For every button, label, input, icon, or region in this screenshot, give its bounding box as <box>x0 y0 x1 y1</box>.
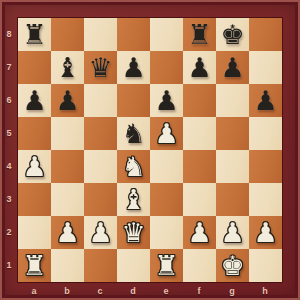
chess-board[interactable]: ♜♜♚♝♛♟♟♟♟♟♟♟♞♟♟♞♝♟♟♛♟♟♟♜♜♚ <box>17 17 283 283</box>
file-label-b: b <box>60 286 74 297</box>
square-b4[interactable] <box>51 150 84 183</box>
square-d4[interactable]: ♞ <box>117 150 150 183</box>
square-h8[interactable] <box>249 18 282 51</box>
piece-white-pawn[interactable]: ♟ <box>22 153 46 180</box>
square-c2[interactable]: ♟ <box>84 216 117 249</box>
square-f8[interactable]: ♜ <box>183 18 216 51</box>
square-d5[interactable]: ♞ <box>117 117 150 150</box>
square-g6[interactable] <box>216 84 249 117</box>
square-h3[interactable] <box>249 183 282 216</box>
square-b1[interactable] <box>51 249 84 282</box>
square-d1[interactable] <box>117 249 150 282</box>
piece-white-pawn[interactable]: ♟ <box>88 219 112 246</box>
square-h4[interactable] <box>249 150 282 183</box>
square-c4[interactable] <box>84 150 117 183</box>
square-a2[interactable] <box>18 216 51 249</box>
piece-black-pawn[interactable]: ♟ <box>187 54 211 81</box>
square-g1[interactable]: ♚ <box>216 249 249 282</box>
piece-white-pawn[interactable]: ♟ <box>253 219 277 246</box>
square-c6[interactable] <box>84 84 117 117</box>
piece-black-rook[interactable]: ♜ <box>22 21 46 48</box>
square-f6[interactable] <box>183 84 216 117</box>
square-b8[interactable] <box>51 18 84 51</box>
piece-white-pawn[interactable]: ♟ <box>187 219 211 246</box>
square-f4[interactable] <box>183 150 216 183</box>
square-e7[interactable] <box>150 51 183 84</box>
square-f3[interactable] <box>183 183 216 216</box>
file-label-e: e <box>159 286 173 297</box>
square-g2[interactable]: ♟ <box>216 216 249 249</box>
piece-white-pawn[interactable]: ♟ <box>55 219 79 246</box>
piece-white-king[interactable]: ♚ <box>220 252 244 279</box>
square-c1[interactable] <box>84 249 117 282</box>
square-g3[interactable] <box>216 183 249 216</box>
file-label-f: f <box>192 286 206 297</box>
square-h1[interactable] <box>249 249 282 282</box>
square-e5[interactable]: ♟ <box>150 117 183 150</box>
square-f7[interactable]: ♟ <box>183 51 216 84</box>
piece-white-bishop[interactable]: ♝ <box>121 186 145 213</box>
square-b6[interactable]: ♟ <box>51 84 84 117</box>
square-f2[interactable]: ♟ <box>183 216 216 249</box>
square-d3[interactable]: ♝ <box>117 183 150 216</box>
piece-black-pawn[interactable]: ♟ <box>55 87 79 114</box>
piece-black-queen[interactable]: ♛ <box>88 54 112 81</box>
square-e2[interactable] <box>150 216 183 249</box>
square-e6[interactable]: ♟ <box>150 84 183 117</box>
square-a6[interactable]: ♟ <box>18 84 51 117</box>
square-b2[interactable]: ♟ <box>51 216 84 249</box>
piece-black-rook[interactable]: ♜ <box>187 21 211 48</box>
piece-black-knight[interactable]: ♞ <box>121 120 145 147</box>
square-b5[interactable] <box>51 117 84 150</box>
piece-white-rook[interactable]: ♜ <box>22 252 46 279</box>
piece-black-bishop[interactable]: ♝ <box>55 54 79 81</box>
piece-black-pawn[interactable]: ♟ <box>22 87 46 114</box>
piece-white-pawn[interactable]: ♟ <box>154 120 178 147</box>
rank-label-6: 6 <box>2 95 16 105</box>
square-g7[interactable]: ♟ <box>216 51 249 84</box>
piece-black-pawn[interactable]: ♟ <box>253 87 277 114</box>
rank-label-7: 7 <box>2 62 16 72</box>
square-h2[interactable]: ♟ <box>249 216 282 249</box>
square-h5[interactable] <box>249 117 282 150</box>
square-a1[interactable]: ♜ <box>18 249 51 282</box>
square-b7[interactable]: ♝ <box>51 51 84 84</box>
rank-label-2: 2 <box>2 227 16 237</box>
rank-label-5: 5 <box>2 128 16 138</box>
square-h6[interactable]: ♟ <box>249 84 282 117</box>
piece-black-pawn[interactable]: ♟ <box>154 87 178 114</box>
piece-black-king[interactable]: ♚ <box>220 21 244 48</box>
square-a8[interactable]: ♜ <box>18 18 51 51</box>
file-label-g: g <box>225 286 239 297</box>
square-a4[interactable]: ♟ <box>18 150 51 183</box>
piece-black-pawn[interactable]: ♟ <box>220 54 244 81</box>
piece-white-pawn[interactable]: ♟ <box>220 219 244 246</box>
file-label-d: d <box>126 286 140 297</box>
square-f5[interactable] <box>183 117 216 150</box>
square-e4[interactable] <box>150 150 183 183</box>
rank-label-8: 8 <box>2 29 16 39</box>
square-f1[interactable] <box>183 249 216 282</box>
square-h7[interactable] <box>249 51 282 84</box>
square-e1[interactable]: ♜ <box>150 249 183 282</box>
piece-white-rook[interactable]: ♜ <box>154 252 178 279</box>
rank-label-3: 3 <box>2 194 16 204</box>
square-a3[interactable] <box>18 183 51 216</box>
rank-label-1: 1 <box>2 260 16 270</box>
piece-black-pawn[interactable]: ♟ <box>121 54 145 81</box>
square-e8[interactable] <box>150 18 183 51</box>
square-c3[interactable] <box>84 183 117 216</box>
file-label-a: a <box>27 286 41 297</box>
square-a5[interactable] <box>18 117 51 150</box>
square-d6[interactable] <box>117 84 150 117</box>
square-g4[interactable] <box>216 150 249 183</box>
square-c8[interactable] <box>84 18 117 51</box>
board-frame: ♜♜♚♝♛♟♟♟♟♟♟♟♞♟♟♞♝♟♟♛♟♟♟♜♜♚ 87654321abcde… <box>0 0 300 300</box>
square-d8[interactable] <box>117 18 150 51</box>
square-c5[interactable] <box>84 117 117 150</box>
file-label-h: h <box>258 286 272 297</box>
square-d2[interactable]: ♛ <box>117 216 150 249</box>
square-g8[interactable]: ♚ <box>216 18 249 51</box>
square-c7[interactable]: ♛ <box>84 51 117 84</box>
square-b3[interactable] <box>51 183 84 216</box>
square-g5[interactable] <box>216 117 249 150</box>
square-e3[interactable] <box>150 183 183 216</box>
rank-label-4: 4 <box>2 161 16 171</box>
square-d7[interactable]: ♟ <box>117 51 150 84</box>
square-a7[interactable] <box>18 51 51 84</box>
piece-white-knight[interactable]: ♞ <box>121 153 145 180</box>
piece-white-queen[interactable]: ♛ <box>121 219 145 246</box>
file-label-c: c <box>93 286 107 297</box>
